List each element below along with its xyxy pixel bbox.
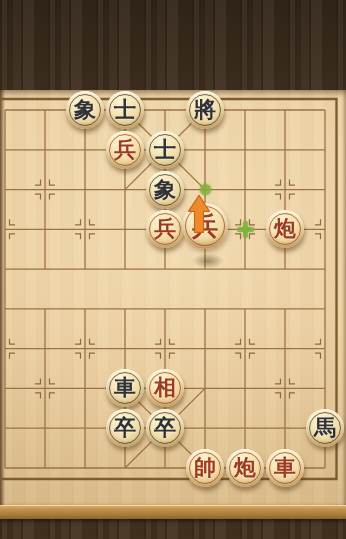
selection-arrow-layer (0, 0, 346, 539)
xiangqi-app: 象士將兵士象兵炮兵車相卒卒馬帥炮車 (0, 0, 346, 539)
up-arrow-icon (189, 195, 210, 232)
